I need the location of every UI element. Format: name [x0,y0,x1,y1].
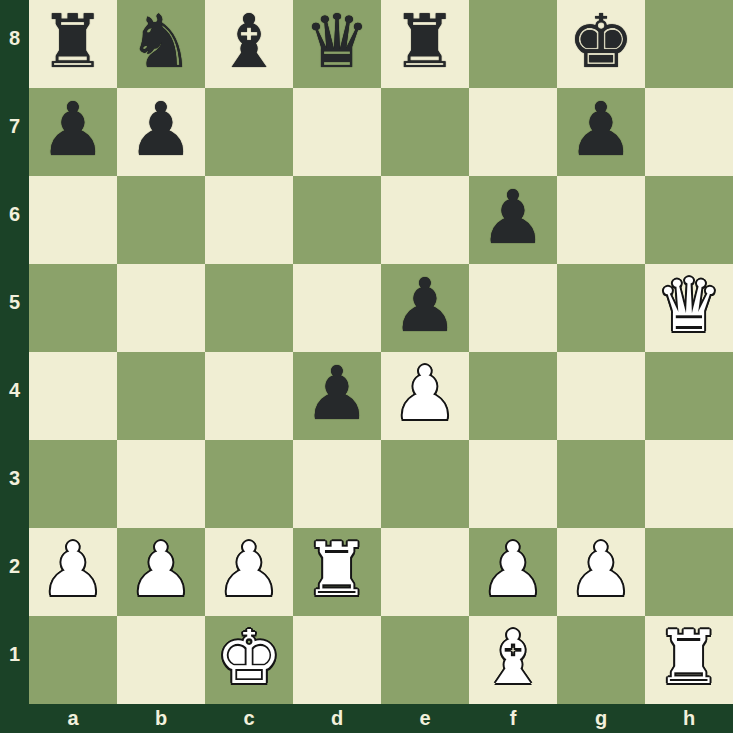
square-f8[interactable] [469,0,557,88]
file-label-e: e [381,704,469,733]
white-pawn-piece[interactable]: ♟ [40,532,106,606]
square-d5[interactable] [293,264,381,352]
square-g5[interactable] [557,264,645,352]
square-h8[interactable] [645,0,733,88]
square-g8[interactable]: ♚ [557,0,645,88]
white-rook-piece[interactable]: ♜ [656,620,722,694]
square-c4[interactable] [205,352,293,440]
square-b7[interactable]: ♟ [117,88,205,176]
white-queen-piece[interactable]: ♛ [656,268,722,342]
board[interactable]: ♜♞♝♛♜♚♟♟♟♟♟♛♟♟♟♟♟♜♟♟♚♝♜ [29,0,733,704]
rank-label-5: 5 [0,258,29,346]
square-a1[interactable] [29,616,117,704]
square-g6[interactable] [557,176,645,264]
black-pawn-piece[interactable]: ♟ [40,92,106,166]
square-d4[interactable]: ♟ [293,352,381,440]
square-f1[interactable]: ♝ [469,616,557,704]
square-e5[interactable]: ♟ [381,264,469,352]
white-rook-piece[interactable]: ♜ [304,532,370,606]
square-a3[interactable] [29,440,117,528]
rank-label-3: 3 [0,434,29,522]
white-king-piece[interactable]: ♚ [216,620,282,694]
white-pawn-piece[interactable]: ♟ [128,532,194,606]
square-a4[interactable] [29,352,117,440]
square-e2[interactable] [381,528,469,616]
rank-labels: 87654321 [0,0,29,704]
square-h4[interactable] [645,352,733,440]
square-h5[interactable]: ♛ [645,264,733,352]
white-pawn-piece[interactable]: ♟ [392,356,458,430]
square-d2[interactable]: ♜ [293,528,381,616]
rank-label-4: 4 [0,346,29,434]
square-c5[interactable] [205,264,293,352]
square-a6[interactable] [29,176,117,264]
square-d8[interactable]: ♛ [293,0,381,88]
square-a5[interactable] [29,264,117,352]
square-e1[interactable] [381,616,469,704]
black-pawn-piece[interactable]: ♟ [480,180,546,254]
black-knight-piece[interactable]: ♞ [128,4,194,78]
square-d6[interactable] [293,176,381,264]
black-pawn-piece[interactable]: ♟ [392,268,458,342]
square-e3[interactable] [381,440,469,528]
black-queen-piece[interactable]: ♛ [304,4,370,78]
square-h1[interactable]: ♜ [645,616,733,704]
square-f2[interactable]: ♟ [469,528,557,616]
square-h3[interactable] [645,440,733,528]
square-h6[interactable] [645,176,733,264]
square-b8[interactable]: ♞ [117,0,205,88]
white-pawn-piece[interactable]: ♟ [480,532,546,606]
square-c8[interactable]: ♝ [205,0,293,88]
rank-label-2: 2 [0,522,29,610]
black-rook-piece[interactable]: ♜ [392,4,458,78]
file-label-a: a [29,704,117,733]
square-f5[interactable] [469,264,557,352]
square-f6[interactable]: ♟ [469,176,557,264]
square-b2[interactable]: ♟ [117,528,205,616]
square-e6[interactable] [381,176,469,264]
square-e7[interactable] [381,88,469,176]
square-b1[interactable] [117,616,205,704]
black-pawn-piece[interactable]: ♟ [568,92,634,166]
square-e4[interactable]: ♟ [381,352,469,440]
square-c1[interactable]: ♚ [205,616,293,704]
square-c7[interactable] [205,88,293,176]
square-g1[interactable] [557,616,645,704]
rank-label-7: 7 [0,82,29,170]
square-b6[interactable] [117,176,205,264]
square-g4[interactable] [557,352,645,440]
square-d3[interactable] [293,440,381,528]
square-h7[interactable] [645,88,733,176]
black-king-piece[interactable]: ♚ [568,4,634,78]
square-d1[interactable] [293,616,381,704]
square-h2[interactable] [645,528,733,616]
square-c2[interactable]: ♟ [205,528,293,616]
rank-label-8: 8 [0,0,29,82]
square-c3[interactable] [205,440,293,528]
square-f3[interactable] [469,440,557,528]
square-a2[interactable]: ♟ [29,528,117,616]
file-label-d: d [293,704,381,733]
square-f7[interactable] [469,88,557,176]
square-a7[interactable]: ♟ [29,88,117,176]
square-b3[interactable] [117,440,205,528]
square-c6[interactable] [205,176,293,264]
file-label-c: c [205,704,293,733]
black-bishop-piece[interactable]: ♝ [216,4,282,78]
square-g3[interactable] [557,440,645,528]
rank-label-1: 1 [0,610,29,698]
square-b4[interactable] [117,352,205,440]
square-d7[interactable] [293,88,381,176]
square-g7[interactable]: ♟ [557,88,645,176]
square-g2[interactable]: ♟ [557,528,645,616]
rank-label-6: 6 [0,170,29,258]
square-e8[interactable]: ♜ [381,0,469,88]
square-a8[interactable]: ♜ [29,0,117,88]
black-pawn-piece[interactable]: ♟ [304,356,370,430]
white-pawn-piece[interactable]: ♟ [568,532,634,606]
file-label-b: b [117,704,205,733]
black-rook-piece[interactable]: ♜ [40,4,106,78]
square-f4[interactable] [469,352,557,440]
square-b5[interactable] [117,264,205,352]
file-label-h: h [645,704,733,733]
file-label-g: g [557,704,645,733]
file-labels: abcdefgh [29,704,733,733]
file-label-f: f [469,704,557,733]
white-bishop-piece[interactable]: ♝ [480,620,546,694]
white-pawn-piece[interactable]: ♟ [216,532,282,606]
chess-board-frame: 87654321 ♜♞♝♛♜♚♟♟♟♟♟♛♟♟♟♟♟♜♟♟♚♝♜ abcdefg… [0,0,733,733]
black-pawn-piece[interactable]: ♟ [128,92,194,166]
